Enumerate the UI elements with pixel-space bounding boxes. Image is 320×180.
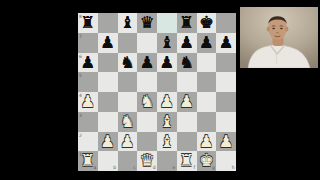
square-g3[interactable]	[197, 112, 217, 132]
piece-black-bishop[interactable]: ♝	[120, 13, 135, 33]
file-label-e: e	[172, 165, 175, 170]
piece-white-pawn[interactable]: ♟	[159, 92, 174, 112]
square-h6[interactable]	[216, 53, 236, 73]
piece-black-pawn[interactable]: ♟	[219, 33, 234, 53]
square-h3[interactable]	[216, 112, 236, 132]
square-c8[interactable]: ♝	[118, 13, 138, 33]
square-d5[interactable]	[137, 72, 157, 92]
piece-black-knight[interactable]: ♞	[120, 53, 135, 73]
webcam-feed	[240, 7, 318, 68]
file-label-c: c	[133, 165, 135, 170]
square-f7[interactable]: ♟	[177, 33, 197, 53]
square-d1[interactable]: d♛	[137, 151, 157, 171]
piece-black-queen[interactable]: ♛	[140, 13, 155, 33]
person-eye-right	[280, 28, 282, 29]
piece-black-rook[interactable]: ♜	[80, 13, 95, 33]
square-f5[interactable]	[177, 72, 197, 92]
square-c1[interactable]: c	[118, 151, 138, 171]
rank-label-2: 2	[79, 133, 82, 138]
square-a2[interactable]: 2	[78, 132, 98, 152]
square-d7[interactable]	[137, 33, 157, 53]
square-h2[interactable]: ♟	[216, 132, 236, 152]
square-f1[interactable]: f♜	[177, 151, 197, 171]
piece-black-bishop[interactable]: ♝	[159, 33, 174, 53]
square-e7[interactable]: ♝	[157, 33, 177, 53]
square-f8[interactable]: ♜	[177, 13, 197, 33]
piece-white-pawn[interactable]: ♟	[120, 132, 135, 152]
file-label-g: g	[212, 165, 215, 170]
piece-white-pawn[interactable]: ♟	[179, 92, 194, 112]
square-g1[interactable]: g♚	[197, 151, 217, 171]
square-b7[interactable]: ♟	[98, 33, 118, 53]
square-f3[interactable]	[177, 112, 197, 132]
piece-black-pawn[interactable]: ♟	[159, 53, 174, 73]
square-g2[interactable]: ♟	[197, 132, 217, 152]
square-c5[interactable]	[118, 72, 138, 92]
file-label-b: b	[113, 165, 116, 170]
piece-white-pawn[interactable]: ♟	[219, 132, 234, 152]
person-ear-left	[267, 26, 270, 31]
piece-white-pawn[interactable]: ♟	[80, 92, 95, 112]
presenter-illustration	[240, 7, 318, 68]
file-label-a: a	[93, 165, 96, 170]
square-h4[interactable]	[216, 92, 236, 112]
square-a5[interactable]: 5	[78, 72, 98, 92]
rank-label-6: 6	[79, 54, 82, 59]
square-g6[interactable]	[197, 53, 217, 73]
square-d3[interactable]	[137, 112, 157, 132]
piece-black-pawn[interactable]: ♟	[179, 33, 194, 53]
square-b5[interactable]	[98, 72, 118, 92]
square-h7[interactable]: ♟	[216, 33, 236, 53]
square-g8[interactable]: ♚	[197, 13, 217, 33]
piece-black-pawn[interactable]: ♟	[80, 53, 95, 73]
person-ear-right	[285, 26, 288, 31]
rank-label-5: 5	[79, 73, 82, 78]
square-e2[interactable]: ♝	[157, 132, 177, 152]
square-b8[interactable]	[98, 13, 118, 33]
rank-label-7: 7	[79, 34, 82, 39]
square-h1[interactable]: h	[216, 151, 236, 171]
rank-label-1: 1	[79, 152, 82, 157]
piece-white-rook[interactable]: ♜	[179, 151, 194, 171]
person-eye-left	[272, 28, 274, 29]
square-e6[interactable]: ♟	[157, 53, 177, 73]
square-b2[interactable]: ♟	[98, 132, 118, 152]
rank-label-3: 3	[79, 113, 82, 118]
square-h8[interactable]	[216, 13, 236, 33]
piece-white-knight[interactable]: ♞	[120, 112, 135, 132]
square-a7[interactable]: 7	[78, 33, 98, 53]
square-f2[interactable]	[177, 132, 197, 152]
square-c6[interactable]: ♞	[118, 53, 138, 73]
square-g4[interactable]	[197, 92, 217, 112]
square-d2[interactable]	[137, 132, 157, 152]
square-e8[interactable]	[157, 13, 177, 33]
square-a6[interactable]: 6♟	[78, 53, 98, 73]
square-c4[interactable]	[118, 92, 138, 112]
square-e5[interactable]	[157, 72, 177, 92]
piece-white-bishop[interactable]: ♝	[159, 132, 174, 152]
piece-black-knight[interactable]: ♞	[179, 53, 194, 73]
square-f6[interactable]: ♞	[177, 53, 197, 73]
square-a8[interactable]: 8♜	[78, 13, 98, 33]
video-frame: 8♜♝♛♜♚7♟♝♟♟♟6♟♞♟♟♞54♟♞♟♟3♞♝2♟♟♝♟♟1a♜bcd♛…	[0, 0, 320, 180]
square-b1[interactable]: b	[98, 151, 118, 171]
square-e4[interactable]: ♟	[157, 92, 177, 112]
piece-white-bishop[interactable]: ♝	[159, 112, 174, 132]
square-b6[interactable]	[98, 53, 118, 73]
square-e3[interactable]: ♝	[157, 112, 177, 132]
square-g7[interactable]: ♟	[197, 33, 217, 53]
piece-black-pawn[interactable]: ♟	[140, 53, 155, 73]
piece-black-pawn[interactable]: ♟	[100, 33, 115, 53]
piece-black-rook[interactable]: ♜	[179, 13, 194, 33]
square-a4[interactable]: 4♟	[78, 92, 98, 112]
square-c2[interactable]: ♟	[118, 132, 138, 152]
rank-label-4: 4	[79, 93, 82, 98]
piece-white-pawn[interactable]: ♟	[199, 132, 214, 152]
square-b3[interactable]	[98, 112, 118, 132]
file-label-d: d	[153, 165, 156, 170]
square-d6[interactable]: ♟	[137, 53, 157, 73]
file-label-h: h	[232, 165, 235, 170]
square-f4[interactable]: ♟	[177, 92, 197, 112]
piece-black-pawn[interactable]: ♟	[199, 33, 214, 53]
square-d4[interactable]: ♞	[137, 92, 157, 112]
chess-board: 8♜♝♛♜♚7♟♝♟♟♟6♟♞♟♟♞54♟♞♟♟3♞♝2♟♟♝♟♟1a♜bcd♛…	[78, 13, 236, 171]
square-c7[interactable]	[118, 33, 138, 53]
piece-white-knight[interactable]: ♞	[140, 92, 155, 112]
square-d8[interactable]: ♛	[137, 13, 157, 33]
piece-black-king[interactable]: ♚	[199, 13, 214, 33]
square-c3[interactable]: ♞	[118, 112, 138, 132]
square-a1[interactable]: 1a♜	[78, 151, 98, 171]
square-g5[interactable]	[197, 72, 217, 92]
piece-white-pawn[interactable]: ♟	[100, 132, 115, 152]
rank-label-8: 8	[79, 14, 82, 19]
square-b4[interactable]	[98, 92, 118, 112]
square-h5[interactable]	[216, 72, 236, 92]
square-a3[interactable]: 3	[78, 112, 98, 132]
file-label-f: f	[193, 165, 195, 170]
square-e1[interactable]: e	[157, 151, 177, 171]
